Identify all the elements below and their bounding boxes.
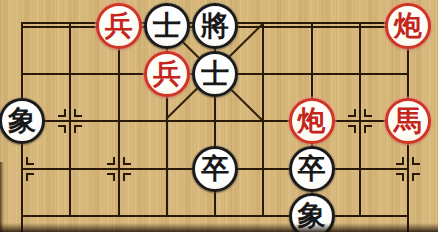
piece-black-soldier[interactable]: 卒 [192,146,238,192]
piece-black-soldier[interactable]: 卒 [289,146,335,192]
point-marker [364,109,372,117]
piece-black-elephant[interactable]: 象 [0,98,45,144]
point-marker [396,157,404,165]
piece-black-general[interactable]: 將 [192,3,238,49]
piece-black-advisor[interactable]: 士 [144,3,190,49]
xiangqi-board[interactable]: 兵士將炮兵士象炮馬卒卒象 [0,0,438,232]
photo-bottom-edge-shadow [0,223,438,232]
point-marker [396,173,404,181]
piece-red-horse[interactable]: 馬 [385,98,431,144]
piece-red-cannon[interactable]: 炮 [385,3,431,49]
piece-red-cannon[interactable]: 炮 [289,98,335,144]
point-marker [26,157,34,165]
point-marker [412,157,420,165]
photo-left-edge-shadow [0,162,4,232]
point-marker [74,125,82,133]
piece-red-soldier[interactable]: 兵 [96,3,142,49]
point-marker [412,173,420,181]
point-marker [107,157,115,165]
point-marker [58,109,66,117]
piece-black-advisor[interactable]: 士 [192,51,238,97]
point-marker [74,109,82,117]
file-line-7 [359,23,361,217]
file-line-2 [118,23,120,217]
point-marker [348,125,356,133]
point-marker [26,173,34,181]
point-marker [123,157,131,165]
file-line-1 [69,23,71,217]
point-marker [107,173,115,181]
piece-red-soldier[interactable]: 兵 [144,51,190,97]
point-marker [58,125,66,133]
point-marker [364,125,372,133]
point-marker [123,173,131,181]
point-marker [348,109,356,117]
